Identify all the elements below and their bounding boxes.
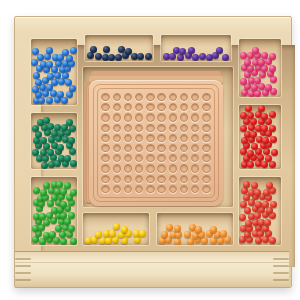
peg-hole-r2c7[interactable] (169, 103, 177, 111)
bead-compartment-teal[interactable] (31, 113, 77, 169)
peg-hole-r2c3[interactable] (124, 103, 132, 111)
peg-hole-r1c10[interactable] (202, 93, 210, 101)
bead-blue (37, 54, 44, 61)
bead-red (261, 125, 268, 132)
bead-darkred (266, 182, 273, 189)
peg-hole-r5c9[interactable] (191, 134, 199, 142)
bead-blue (42, 90, 49, 97)
bead-orange (210, 237, 217, 244)
bead-green (59, 231, 66, 238)
peg-hole-r1c6[interactable] (157, 93, 165, 101)
peg-hole-r4c9[interactable] (191, 124, 199, 132)
bead-pink (259, 71, 266, 78)
bead-teal (57, 144, 64, 151)
peg-hole-r9c3[interactable] (124, 175, 132, 183)
peg-hole-r8c4[interactable] (135, 164, 143, 172)
bead-teal (33, 137, 40, 144)
bead-orange (201, 237, 208, 244)
peg-hole-r8c3[interactable] (124, 164, 132, 172)
bead-red (261, 113, 268, 120)
bead-green (68, 212, 75, 219)
bead-red (247, 150, 254, 157)
bead-red (271, 149, 278, 156)
bead-blue (69, 85, 76, 92)
peg-hole-r7c1[interactable] (101, 154, 109, 162)
bead-darkred (255, 201, 262, 208)
peg-hole-r4c1[interactable] (101, 124, 109, 132)
wood-grain-line (15, 262, 289, 263)
bead-red (257, 154, 264, 161)
bead-red (250, 118, 257, 125)
bead-blue (62, 49, 69, 56)
bead-orange (217, 237, 224, 244)
bead-navy (103, 46, 110, 53)
bead-blue (44, 53, 51, 60)
peg-hole-r7c6[interactable] (157, 154, 165, 162)
peg-hole-r10c9[interactable] (191, 185, 199, 193)
peg-hole-r5c8[interactable] (180, 134, 188, 142)
bead-teal (69, 148, 76, 155)
peg-hole-r8c6[interactable] (157, 164, 165, 172)
bead-blue (35, 79, 42, 86)
bead-green (68, 225, 75, 232)
peg-hole-r10c4[interactable] (135, 185, 143, 193)
bead-compartment-pink[interactable] (239, 39, 281, 97)
bead-pink (261, 65, 268, 72)
peg-hole-r2c2[interactable] (113, 103, 121, 111)
bead-pink (244, 71, 251, 78)
bead-red (258, 105, 265, 112)
peg-hole-r3c4[interactable] (135, 113, 143, 121)
bead-red (269, 161, 276, 168)
peg-hole-r6c6[interactable] (157, 144, 165, 152)
board-well (83, 67, 233, 207)
peg-hole-r4c8[interactable] (180, 124, 188, 132)
bead-green (33, 187, 40, 194)
bead-pink (252, 47, 259, 54)
peg-hole-r8c10[interactable] (202, 164, 210, 172)
bead-yellow (113, 223, 120, 230)
bead-green (60, 201, 67, 208)
bead-compartment-green[interactable] (31, 177, 77, 245)
bead-yellow (121, 226, 128, 233)
bead-blue (46, 97, 53, 104)
peg-hole-r8c9[interactable] (191, 164, 199, 172)
bead-darkred (251, 182, 258, 189)
bead-green (43, 182, 50, 189)
bead-blue (61, 97, 68, 104)
peg-hole-r10c2[interactable] (113, 185, 121, 193)
bead-purple (192, 54, 199, 61)
peg-hole-r1c4[interactable] (135, 93, 143, 101)
peg-hole-r7c3[interactable] (124, 154, 132, 162)
peg-hole-r1c3[interactable] (124, 93, 132, 101)
bead-navy (95, 53, 102, 60)
peg-hole-r10c3[interactable] (124, 185, 132, 193)
peg-hole-r2c8[interactable] (180, 103, 188, 111)
peg-hole-r6c3[interactable] (124, 144, 132, 152)
bead-teal (40, 137, 47, 144)
peg-hole-r7c4[interactable] (135, 154, 143, 162)
bead-darkred (264, 219, 271, 226)
peg-hole-r6c10[interactable] (202, 144, 210, 152)
bead-orange (224, 236, 231, 243)
peg-hole-r5c10[interactable] (202, 134, 210, 142)
photo-stage (0, 0, 300, 300)
peg-hole-r5c4[interactable] (135, 134, 143, 142)
bead-green (40, 189, 47, 196)
bead-red (251, 143, 258, 150)
bead-red (269, 111, 276, 118)
bead-teal (69, 125, 76, 132)
bead-pink (240, 78, 247, 85)
peg-hole-r3c2[interactable] (113, 113, 121, 121)
peg-hole-r6c1[interactable] (101, 144, 109, 152)
bead-red (247, 161, 254, 168)
peg-hole-r7c2[interactable] (113, 154, 121, 162)
bead-compartment-red[interactable] (239, 105, 281, 169)
bead-green (70, 189, 77, 196)
bead-yellow (134, 236, 141, 243)
bead-orange (210, 226, 217, 233)
peg-hole-r9c5[interactable] (146, 175, 154, 183)
bead-red (261, 161, 268, 168)
peg-hole-r5c3[interactable] (124, 134, 132, 142)
finger-joint-mark (273, 258, 289, 260)
bead-navy (137, 53, 144, 60)
bead-compartment-navy[interactable] (85, 35, 153, 61)
bead-red (270, 136, 277, 143)
peg-hole-r8c2[interactable] (113, 164, 121, 172)
bead-green (60, 188, 67, 195)
bead-compartment-blue[interactable] (31, 39, 77, 105)
bead-darkred (243, 181, 250, 188)
peg-hole-r4c10[interactable] (202, 124, 210, 132)
peg-hole-r9c9[interactable] (191, 175, 199, 183)
bead-darkred (270, 201, 277, 208)
peg-hole-r3c7[interactable] (169, 113, 177, 121)
peg-hole-r3c5[interactable] (146, 113, 154, 121)
peg-hole-r2c4[interactable] (135, 103, 143, 111)
bead-red (245, 105, 252, 112)
bead-pink (258, 83, 265, 90)
peg-hole-r4c7[interactable] (169, 124, 177, 132)
peg-hole-r6c5[interactable] (146, 144, 154, 152)
bead-blue (70, 47, 77, 54)
bead-blue (46, 61, 53, 68)
peg-hole-r6c7[interactable] (169, 144, 177, 152)
peg-hole-r4c5[interactable] (146, 124, 154, 132)
peg-hole-r9c1[interactable] (101, 175, 109, 183)
peg-hole-r10c5[interactable] (146, 185, 154, 193)
bead-purple (216, 47, 223, 54)
peg-hole-r7c10[interactable] (202, 154, 210, 162)
peg-hole-r3c8[interactable] (180, 113, 188, 121)
peg-hole-r9c10[interactable] (202, 175, 210, 183)
peg-hole-r5c6[interactable] (157, 134, 165, 142)
bead-teal (47, 149, 54, 156)
peg-hole-r9c2[interactable] (113, 175, 121, 183)
peg-hole-r10c10[interactable] (202, 185, 210, 193)
peg-hole-r9c4[interactable] (135, 175, 143, 183)
finger-joint-mark (273, 265, 289, 267)
bead-green (39, 238, 46, 245)
bead-pink (251, 84, 258, 91)
bead-darkred (255, 237, 262, 244)
peg-hole-r5c2[interactable] (113, 134, 121, 142)
bead-purple (222, 54, 229, 61)
peg-hole-r5c7[interactable] (169, 134, 177, 142)
peg-hole-r2c9[interactable] (191, 103, 199, 111)
bead-compartment-darkred[interactable] (239, 177, 281, 245)
bead-blue (55, 60, 62, 67)
bead-darkred (239, 214, 246, 221)
bead-red (240, 125, 247, 132)
bead-teal (70, 160, 77, 167)
wooden-box (14, 16, 292, 288)
bead-compartment-orange[interactable] (157, 213, 233, 245)
peg-hole-r1c8[interactable] (180, 93, 188, 101)
peg-hole-r10c7[interactable] (169, 185, 177, 193)
bead-darkred (269, 237, 276, 244)
bead-blue (50, 90, 57, 97)
bead-green (70, 238, 77, 245)
peg-hole-r6c8[interactable] (180, 144, 188, 152)
bead-teal (64, 155, 71, 162)
peg-hole-r1c2[interactable] (113, 93, 121, 101)
bead-green (55, 225, 62, 232)
bead-orange (195, 226, 202, 233)
bead-pink (241, 89, 248, 96)
finger-joint-mark (15, 258, 31, 260)
bead-orange (175, 231, 182, 238)
bead-compartment-yellow[interactable] (83, 213, 149, 245)
bead-orange (174, 225, 181, 232)
bead-navy (108, 54, 115, 61)
peg-hole-r2c6[interactable] (157, 103, 165, 111)
peg-hole-r4c3[interactable] (124, 124, 132, 132)
bead-green (64, 182, 71, 189)
bead-navy (90, 46, 97, 53)
peg-hole-r10c8[interactable] (180, 185, 188, 193)
bead-yellow (139, 230, 146, 237)
bead-red (269, 125, 276, 132)
bead-yellow (109, 230, 116, 237)
bead-green (60, 238, 67, 245)
peg-hole-r10c1[interactable] (101, 185, 109, 193)
peg-hole-r3c10[interactable] (202, 113, 210, 121)
bead-navy (145, 53, 152, 60)
peg-hole-r3c1[interactable] (101, 113, 109, 121)
bead-darkred (254, 189, 261, 196)
peg-hole-r3c3[interactable] (124, 113, 132, 121)
peg-hole-r1c7[interactable] (169, 93, 177, 101)
peg-hole-r6c9[interactable] (191, 144, 199, 152)
peg-hole-r8c5[interactable] (146, 164, 154, 172)
finger-joint-mark (273, 272, 289, 274)
peg-hole-r4c6[interactable] (157, 124, 165, 132)
bead-blue (32, 86, 39, 93)
peg-hole-r4c4[interactable] (135, 124, 143, 132)
bead-yellow (95, 231, 102, 238)
bead-red (247, 112, 254, 119)
bead-red (265, 155, 272, 162)
bead-teal (41, 162, 48, 169)
peg-hole-r5c1[interactable] (101, 134, 109, 142)
peg-hole-r9c6[interactable] (157, 175, 165, 183)
peg-hole-r8c7[interactable] (169, 164, 177, 172)
peg-hole-r5c5[interactable] (146, 134, 154, 142)
peg-hole-r1c1[interactable] (101, 93, 109, 101)
bead-blue (58, 78, 65, 85)
peg-hole-r9c7[interactable] (169, 175, 177, 183)
bead-teal (51, 130, 58, 137)
bead-pink (254, 90, 261, 97)
peg-hole-r1c9[interactable] (191, 93, 199, 101)
bead-darkred (240, 201, 247, 208)
box-front-panel (15, 251, 289, 288)
bead-orange (174, 238, 181, 245)
bead-teal (66, 119, 73, 126)
peg-hole-r2c1[interactable] (101, 103, 109, 111)
peg-hole-r8c1[interactable] (101, 164, 109, 172)
bead-pink (265, 84, 272, 91)
peg-board (89, 80, 223, 206)
bead-purple (169, 53, 176, 60)
bead-purple (199, 53, 206, 60)
bead-blue (46, 47, 53, 54)
bead-pink (269, 65, 276, 72)
bead-yellow (105, 237, 112, 244)
peg-hole-r3c6[interactable] (157, 113, 165, 121)
peg-hole-r10c6[interactable] (157, 185, 165, 193)
finger-joint-mark (273, 279, 289, 281)
bead-darkred (245, 220, 252, 227)
peg-hole-r7c5[interactable] (146, 154, 154, 162)
bead-purple (179, 48, 186, 55)
finger-joint-mark (15, 279, 31, 281)
peg-hole-r6c4[interactable] (135, 144, 143, 152)
peg-hole-r7c9[interactable] (191, 154, 199, 162)
peg-hole-r2c10[interactable] (202, 103, 210, 111)
peg-hole-r6c2[interactable] (113, 144, 121, 152)
finger-joint-mark (15, 265, 31, 267)
peg-hole-r2c5[interactable] (146, 103, 154, 111)
peg-hole-r7c7[interactable] (169, 154, 177, 162)
bead-pink (269, 53, 276, 60)
peg-hole-r4c2[interactable] (113, 124, 121, 132)
finger-joint-mark (15, 272, 31, 274)
bead-teal (68, 137, 75, 144)
bead-teal (40, 149, 47, 156)
peg-hole-r7c8[interactable] (180, 154, 188, 162)
bead-darkred (254, 212, 261, 219)
bead-pink (270, 76, 277, 83)
peg-hole-r3c9[interactable] (191, 113, 199, 121)
peg-hole-r1c5[interactable] (146, 93, 154, 101)
peg-hole-r8c8[interactable] (180, 164, 188, 172)
bead-darkred (244, 207, 251, 214)
peg-hole-grid (100, 92, 212, 194)
bead-compartment-purple[interactable] (161, 35, 231, 61)
bead-darkred (262, 201, 269, 208)
peg-hole-r9c8[interactable] (180, 175, 188, 183)
bead-green (53, 237, 60, 244)
